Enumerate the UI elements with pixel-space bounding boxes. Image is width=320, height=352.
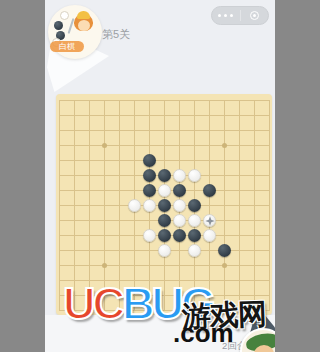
black-stone bbox=[157, 228, 172, 243]
watermark-uc: UC bbox=[63, 278, 122, 329]
game-screen: 白棋 第5关 UCBUG 游戏网 .com 2回合 bbox=[45, 0, 275, 352]
white-stone bbox=[142, 228, 157, 243]
black-stone bbox=[217, 243, 232, 258]
black-stone bbox=[187, 228, 202, 243]
star-point bbox=[97, 258, 112, 273]
star-point bbox=[217, 258, 232, 273]
black-stone bbox=[157, 213, 172, 228]
white-stone bbox=[187, 243, 202, 258]
black-stone bbox=[157, 168, 172, 183]
black-stone bbox=[187, 198, 202, 213]
black-stone bbox=[202, 183, 217, 198]
avatar-white-stone-icon bbox=[60, 11, 69, 20]
black-stone bbox=[142, 183, 157, 198]
white-stone bbox=[172, 213, 187, 228]
avatar-black-stone-icon bbox=[54, 21, 63, 30]
more-dots-icon[interactable] bbox=[212, 14, 240, 17]
player-avatar: 白棋 bbox=[48, 5, 102, 59]
black-stone bbox=[172, 228, 187, 243]
star-point bbox=[97, 138, 112, 153]
white-stone bbox=[172, 168, 187, 183]
white-stone bbox=[187, 213, 202, 228]
white-stone bbox=[187, 168, 202, 183]
black-stone bbox=[142, 153, 157, 168]
last-move-stone[interactable] bbox=[202, 213, 217, 228]
white-stone bbox=[142, 198, 157, 213]
white-stone bbox=[172, 198, 187, 213]
close-home-button[interactable] bbox=[241, 11, 269, 20]
black-stone bbox=[157, 198, 172, 213]
white-stone bbox=[202, 228, 217, 243]
target-circle-icon bbox=[250, 11, 259, 20]
black-stone bbox=[172, 183, 187, 198]
white-stone bbox=[127, 198, 142, 213]
miniprogram-capsule bbox=[211, 6, 269, 25]
star-point bbox=[217, 138, 232, 153]
player-side-badge: 白棋 bbox=[50, 41, 84, 52]
black-stone bbox=[142, 168, 157, 183]
knight-helmet-icon bbox=[77, 11, 90, 19]
white-stone bbox=[157, 243, 172, 258]
white-stone bbox=[157, 183, 172, 198]
level-label: 第5关 bbox=[102, 27, 130, 42]
knight-face-icon bbox=[78, 20, 90, 31]
